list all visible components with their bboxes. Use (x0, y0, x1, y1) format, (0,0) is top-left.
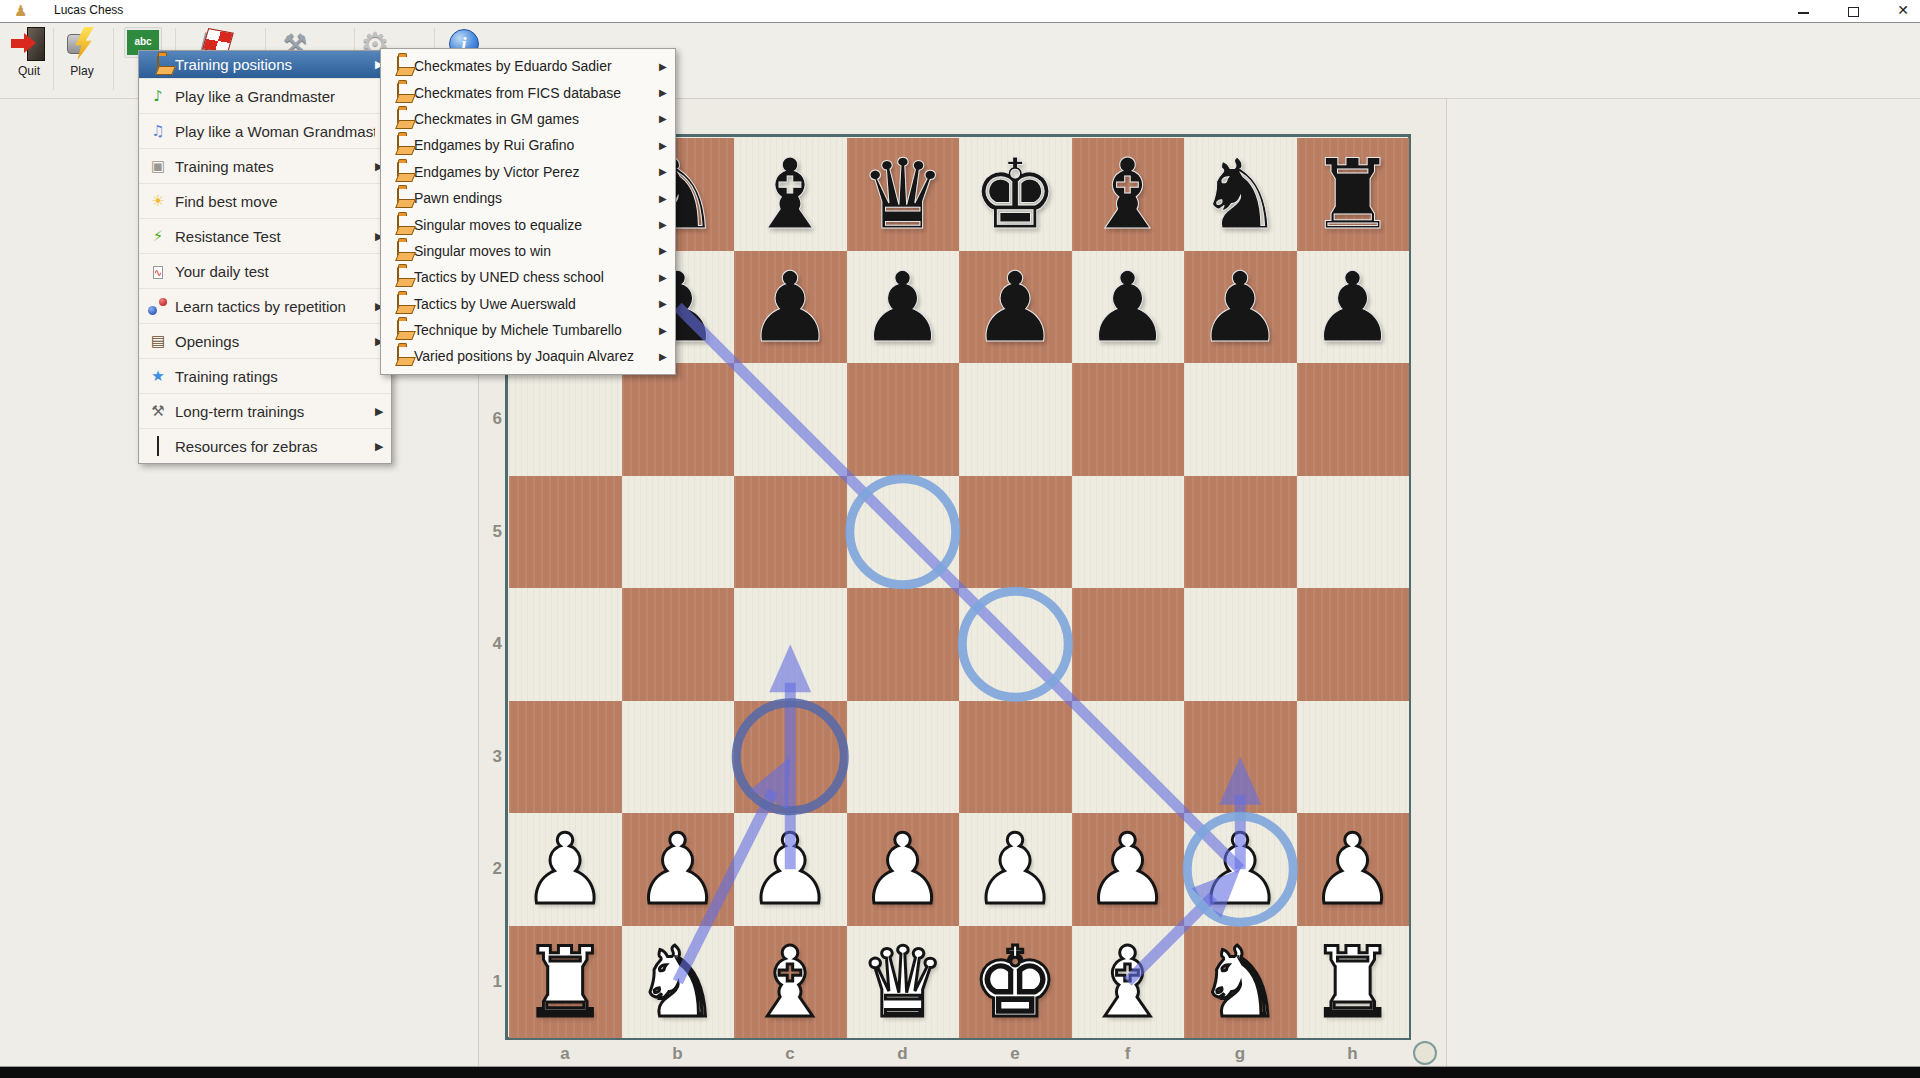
file-label-h: h (1297, 1044, 1409, 1064)
turn-indicator (1413, 1041, 1437, 1065)
rank-label-1: 1 (478, 972, 502, 992)
submenu-arrow-icon: ▶ (659, 140, 675, 151)
menu-item-resistance-test[interactable]: ⚡ Resistance Test ▶ (139, 218, 391, 253)
file-label-a: a (509, 1044, 621, 1064)
menu-item-long-term-trainings[interactable]: ⚒ Long-term trainings ▶ (139, 393, 391, 428)
submenu-item-singular-moves-to-win[interactable]: Singular moves to win▶ (381, 238, 675, 264)
lightning-plug-icon (64, 26, 100, 62)
white-piece-a2[interactable]: ♟ (509, 813, 622, 926)
black-piece-f8[interactable]: ♝ (1072, 138, 1185, 251)
square-b2[interactable]: ♟ (622, 813, 735, 926)
white-piece-a1[interactable]: ♜ (509, 926, 622, 1039)
white-piece-c1[interactable]: ♝ (734, 926, 847, 1039)
quit-button[interactable]: Quit (0, 26, 59, 78)
square-c3[interactable] (734, 701, 847, 814)
black-piece-h8[interactable]: ♜ (1297, 138, 1410, 251)
star-icon: ★ (145, 368, 171, 384)
black-piece-e7[interactable]: ♟ (959, 251, 1072, 364)
black-piece-c8[interactable]: ♝ (734, 138, 847, 251)
white-piece-f2[interactable]: ♟ (1072, 813, 1185, 926)
square-c6[interactable] (734, 363, 847, 476)
menu-header-label: Training positions (171, 56, 375, 73)
black-piece-f7[interactable]: ♟ (1072, 251, 1185, 364)
play-button[interactable]: Play (52, 26, 112, 78)
submenu-arrow-icon: ▶ (659, 166, 675, 177)
rank-label-4: 4 (478, 634, 502, 654)
square-f8[interactable]: ♝ (1072, 138, 1185, 251)
square-a6[interactable] (509, 363, 622, 476)
square-f4[interactable] (1072, 588, 1185, 701)
black-piece-g7[interactable]: ♟ (1184, 251, 1297, 364)
menu-item-training-ratings[interactable]: ★ Training ratings (139, 358, 391, 393)
square-f1[interactable]: ♝ (1072, 926, 1185, 1039)
submenu-arrow-icon: ▶ (659, 61, 675, 72)
menu-item-resources-for-zebras[interactable]: Resources for zebras ▶ (139, 428, 391, 463)
block-icon: ▣ (145, 158, 171, 174)
white-piece-b2[interactable]: ♟ (622, 813, 735, 926)
submenu-item-checkmates-in-gm-games[interactable]: Checkmates in GM games▶ (381, 106, 675, 132)
square-c5[interactable] (734, 476, 847, 589)
square-a5[interactable] (509, 476, 622, 589)
menu-item-openings[interactable]: ▤ Openings ▶ (139, 323, 391, 358)
white-piece-d2[interactable]: ♟ (847, 813, 960, 926)
window-title: Lucas Chess (54, 3, 123, 17)
square-d3[interactable] (847, 701, 960, 814)
square-g6[interactable] (1184, 363, 1297, 476)
square-h3[interactable] (1297, 701, 1410, 814)
file-label-g: g (1184, 1044, 1296, 1064)
submenu-arrow-icon: ▶ (659, 113, 675, 124)
folder-icon (386, 85, 410, 101)
square-h1[interactable]: ♜ (1297, 926, 1410, 1039)
submenu-arrow-icon: ▶ (659, 193, 675, 204)
submenu-arrow-icon: ▶ (659, 245, 675, 256)
submenu-arrow-icon: ▶ (375, 405, 391, 418)
submenu-arrow-icon: ▶ (659, 325, 675, 336)
file-label-f: f (1072, 1044, 1184, 1064)
square-b1[interactable]: ♞ (622, 926, 735, 1039)
submenu-arrow-icon: ▶ (659, 272, 675, 283)
close-icon: ✕ (1897, 2, 1909, 18)
white-piece-g2[interactable]: ♟ (1184, 813, 1297, 926)
square-c4[interactable] (734, 588, 847, 701)
square-c2[interactable]: ♟ (734, 813, 847, 926)
folder-icon (386, 164, 410, 180)
square-d6[interactable] (847, 363, 960, 476)
rank-label-3: 3 (478, 747, 502, 767)
submenu-item-singular-moves-to-equalize[interactable]: Singular moves to equalize▶ (381, 211, 675, 237)
black-piece-h7[interactable]: ♟ (1297, 251, 1410, 364)
square-e4[interactable] (959, 588, 1072, 701)
square-d5[interactable] (847, 476, 960, 589)
square-h7[interactable]: ♟ (1297, 251, 1410, 364)
white-piece-h2[interactable]: ♟ (1297, 813, 1410, 926)
white-piece-h1[interactable]: ♜ (1297, 926, 1410, 1039)
square-b3[interactable] (622, 701, 735, 814)
submenu-arrow-icon: ▶ (375, 440, 391, 453)
square-f6[interactable] (1072, 363, 1185, 476)
rank-label-2: 2 (478, 859, 502, 879)
submenu-item-varied-positions-by-joaquin-alvarez[interactable]: Varied positions by Joaquin Alvarez▶ (381, 343, 675, 369)
music-note-icon: ♪ (145, 88, 171, 104)
menu-item-training-mates[interactable]: ▣ Training mates ▶ (139, 148, 391, 183)
white-piece-b1[interactable]: ♞ (622, 926, 735, 1039)
square-a4[interactable] (509, 588, 622, 701)
square-e6[interactable] (959, 363, 1072, 476)
black-piece-d8[interactable]: ♛ (847, 138, 960, 251)
app-pawn-icon: ♟ (14, 2, 27, 20)
square-f2[interactable]: ♟ (1072, 813, 1185, 926)
folder-icon (386, 322, 410, 338)
square-e7[interactable]: ♟ (959, 251, 1072, 364)
training-positions-submenu: Checkmates by Eduardo Sadier▶Checkmates … (380, 48, 676, 375)
book-icon: ▤ (145, 333, 171, 349)
folder-icon (386, 190, 410, 206)
white-piece-e2[interactable]: ♟ (959, 813, 1072, 926)
black-piece-e8[interactable]: ♚ (959, 138, 1072, 251)
square-e3[interactable] (959, 701, 1072, 814)
square-h6[interactable] (1297, 363, 1410, 476)
submenu-item-endgames-by-victor-perez[interactable]: Endgames by Victor Perez▶ (381, 159, 675, 185)
black-piece-c7[interactable]: ♟ (734, 251, 847, 364)
square-g1[interactable]: ♞ (1184, 926, 1297, 1039)
square-g4[interactable] (1184, 588, 1297, 701)
square-g3[interactable] (1184, 701, 1297, 814)
square-e8[interactable]: ♚ (959, 138, 1072, 251)
square-g8[interactable]: ♞ (1184, 138, 1297, 251)
taskbar-strip (0, 1066, 1920, 1078)
square-g5[interactable] (1184, 476, 1297, 589)
submenu-item-checkmates-from-fics-database[interactable]: Checkmates from FICS database▶ (381, 79, 675, 105)
square-c1[interactable]: ♝ (734, 926, 847, 1039)
minimize-icon (1798, 1, 1809, 14)
minimize-button[interactable] (1788, 0, 1818, 21)
square-h2[interactable]: ♟ (1297, 813, 1410, 926)
file-label-c: c (734, 1044, 846, 1064)
square-g2[interactable]: ♟ (1184, 813, 1297, 926)
square-f7[interactable]: ♟ (1072, 251, 1185, 364)
square-a3[interactable] (509, 701, 622, 814)
menu-item-play-like-a-grandmaster[interactable]: ♪ Play like a Grandmaster (139, 78, 391, 113)
folder-icon (386, 296, 410, 312)
menu-item-find-best-move[interactable]: ☀ Find best move (139, 183, 391, 218)
title-bar: ♟ Lucas Chess ✕ (0, 0, 1920, 22)
menu-item-your-daily-test[interactable]: ∿ Your daily test (139, 253, 391, 288)
folder-icon (145, 57, 171, 73)
file-label-d: d (847, 1044, 959, 1064)
black-piece-g8[interactable]: ♞ (1184, 138, 1297, 251)
square-a2[interactable]: ♟ (509, 813, 622, 926)
square-h8[interactable]: ♜ (1297, 138, 1410, 251)
square-c8[interactable]: ♝ (734, 138, 847, 251)
square-a1[interactable]: ♜ (509, 926, 622, 1039)
square-h4[interactable] (1297, 588, 1410, 701)
square-d1[interactable]: ♛ (847, 926, 960, 1039)
file-label-b: b (622, 1044, 734, 1064)
submenu-item-tactics-by-uwe-auerswald[interactable]: Tactics by Uwe Auerswald▶ (381, 291, 675, 317)
white-piece-f1[interactable]: ♝ (1072, 926, 1185, 1039)
folder-icon (386, 137, 410, 153)
submenu-arrow-icon: ▶ (659, 351, 675, 362)
square-d2[interactable]: ♟ (847, 813, 960, 926)
quit-label: Quit (0, 64, 59, 78)
folder-icon (386, 58, 410, 74)
restore-icon (1848, 7, 1859, 17)
submenu-item-endgames-by-rui-grafino[interactable]: Endgames by Rui Grafino▶ (381, 132, 675, 158)
training-menu: Training positions ▶ ♪ Play like a Grand… (138, 50, 392, 464)
chart-icon: ∿ (145, 263, 171, 279)
keys-icon: ⚒ (145, 403, 171, 419)
music-notes-icon: ♫ (145, 123, 171, 139)
play-label: Play (52, 64, 112, 78)
submenu-item-checkmates-by-eduardo-sadier[interactable]: Checkmates by Eduardo Sadier▶ (381, 53, 675, 79)
square-d8[interactable]: ♛ (847, 138, 960, 251)
square-f5[interactable] (1072, 476, 1185, 589)
square-f3[interactable] (1072, 701, 1185, 814)
quit-door-icon (11, 26, 47, 62)
folder-icon (386, 217, 410, 233)
folder-icon (386, 243, 410, 259)
menu-item-training-positions[interactable]: Training positions ▶ (139, 51, 391, 78)
submenu-item-tactics-by-uned-chess-school[interactable]: Tactics by UNED chess school▶ (381, 264, 675, 290)
submenu-arrow-icon: ▶ (659, 87, 675, 98)
square-h5[interactable] (1297, 476, 1410, 589)
menu-item-learn-tactics-by-repetition[interactable]: Learn tactics by repetition ▶ (139, 288, 391, 323)
folder-icon (386, 111, 410, 127)
folder-icon (386, 269, 410, 285)
white-piece-e1[interactable]: ♚ (959, 926, 1072, 1039)
file-label-e: e (959, 1044, 1071, 1064)
white-piece-d1[interactable]: ♛ (847, 926, 960, 1039)
square-c7[interactable]: ♟ (734, 251, 847, 364)
zebra-stripes-icon (145, 438, 171, 454)
white-piece-g1[interactable]: ♞ (1184, 926, 1297, 1039)
square-b5[interactable] (622, 476, 735, 589)
square-e5[interactable] (959, 476, 1072, 589)
square-e2[interactable]: ♟ (959, 813, 1072, 926)
square-e1[interactable]: ♚ (959, 926, 1072, 1039)
white-piece-c2[interactable]: ♟ (734, 813, 847, 926)
submenu-arrow-icon: ▶ (659, 219, 675, 230)
sun-icon: ☀ (145, 193, 171, 209)
square-b6[interactable] (622, 363, 735, 476)
square-d4[interactable] (847, 588, 960, 701)
folder-icon (386, 348, 410, 364)
runner-icon: ⚡ (145, 228, 171, 244)
submenu-item-technique-by-michele-tumbarello[interactable]: Technique by Michele Tumbarello▶ (381, 317, 675, 343)
square-g7[interactable]: ♟ (1184, 251, 1297, 364)
rank-label-6: 6 (478, 409, 502, 429)
menu-item-play-like-a-woman-grandmaster[interactable]: ♫ Play like a Woman Grandmaster (139, 113, 391, 148)
close-button[interactable]: ✕ (1888, 0, 1918, 21)
black-piece-d7[interactable]: ♟ (847, 251, 960, 364)
submenu-arrow-icon: ▶ (659, 298, 675, 309)
square-d7[interactable]: ♟ (847, 251, 960, 364)
submenu-item-pawn-endings[interactable]: Pawn endings▶ (381, 185, 675, 211)
square-b4[interactable] (622, 588, 735, 701)
restore-button[interactable] (1838, 0, 1868, 21)
rank-label-5: 5 (478, 522, 502, 542)
